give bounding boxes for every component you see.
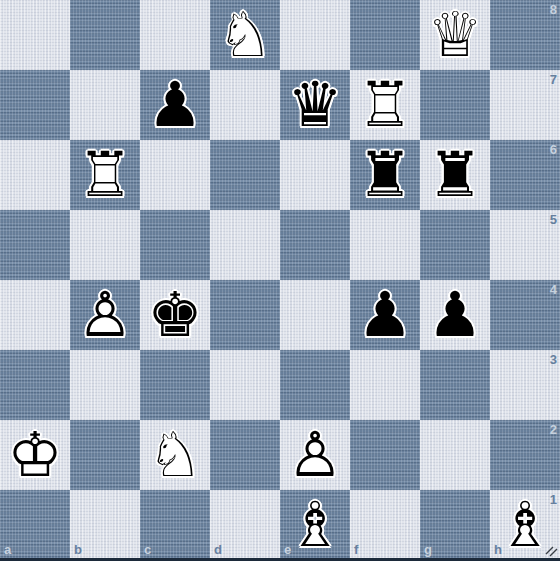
square-c2[interactable]: ♞♘ (140, 420, 210, 490)
square-a8[interactable] (0, 0, 70, 70)
file-label-b: b (74, 543, 82, 556)
square-b4[interactable]: ♟♙ (70, 280, 140, 350)
square-f3[interactable] (350, 350, 420, 420)
square-c4[interactable]: ♚ (140, 280, 210, 350)
white-rook[interactable]: ♜♖ (350, 70, 420, 140)
black-pawn[interactable]: ♟ (140, 70, 210, 140)
square-b3[interactable] (70, 350, 140, 420)
rank-label-7: 7 (550, 73, 557, 86)
square-f7[interactable]: ♜♖ (350, 70, 420, 140)
square-g1[interactable]: g (420, 490, 490, 560)
white-rook[interactable]: ♜♖ (70, 140, 140, 210)
square-d3[interactable] (210, 350, 280, 420)
square-a6[interactable] (0, 140, 70, 210)
file-label-f: f (354, 543, 358, 556)
rank-label-6: 6 (550, 143, 557, 156)
square-c8[interactable] (140, 0, 210, 70)
black-rook[interactable]: ♜ (420, 140, 490, 210)
black-queen[interactable]: ♛ (280, 70, 350, 140)
square-h2[interactable]: 2 (490, 420, 560, 490)
square-e6[interactable] (280, 140, 350, 210)
square-a3[interactable] (0, 350, 70, 420)
square-a7[interactable] (0, 70, 70, 140)
white-knight[interactable]: ♞♘ (210, 0, 280, 70)
file-label-e: e (284, 543, 291, 556)
piece-fill-glyph: ♟ (420, 280, 490, 350)
rank-label-1: 1 (550, 493, 557, 506)
piece-fill-glyph: ♜ (350, 140, 420, 210)
rank-label-5: 5 (550, 213, 557, 226)
square-c6[interactable] (140, 140, 210, 210)
white-pawn[interactable]: ♟♙ (70, 280, 140, 350)
rank-label-2: 2 (550, 423, 557, 436)
square-h6[interactable]: 6 (490, 140, 560, 210)
file-label-h: h (494, 543, 502, 556)
rank-label-8: 8 (550, 3, 557, 16)
piece-outline-glyph: ♕ (420, 0, 490, 70)
white-king[interactable]: ♚♔ (0, 420, 70, 490)
square-f8[interactable] (350, 0, 420, 70)
square-g3[interactable] (420, 350, 490, 420)
rank-label-3: 3 (550, 353, 557, 366)
square-h3[interactable]: 3 (490, 350, 560, 420)
square-b6[interactable]: ♜♖ (70, 140, 140, 210)
square-d4[interactable] (210, 280, 280, 350)
square-g4[interactable]: ♟ (420, 280, 490, 350)
square-b8[interactable] (70, 0, 140, 70)
chess-app: ♞♘♛♕8♟♛♜♖7♜♖♜♜65♟♙♚♟♟43♚♔♞♘♟♙2abcd♝♗efg♝… (0, 0, 560, 561)
square-e5[interactable] (280, 210, 350, 280)
piece-outline-glyph: ♖ (70, 140, 140, 210)
square-d1[interactable]: d (210, 490, 280, 560)
square-h4[interactable]: 4 (490, 280, 560, 350)
square-g6[interactable]: ♜ (420, 140, 490, 210)
square-f2[interactable] (350, 420, 420, 490)
square-h5[interactable]: 5 (490, 210, 560, 280)
square-h8[interactable]: 8 (490, 0, 560, 70)
square-b2[interactable] (70, 420, 140, 490)
white-knight[interactable]: ♞♘ (140, 420, 210, 490)
square-e4[interactable] (280, 280, 350, 350)
piece-fill-glyph: ♟ (350, 280, 420, 350)
square-e7[interactable]: ♛ (280, 70, 350, 140)
square-f1[interactable]: f (350, 490, 420, 560)
square-d2[interactable] (210, 420, 280, 490)
square-a5[interactable] (0, 210, 70, 280)
square-g5[interactable] (420, 210, 490, 280)
square-c3[interactable] (140, 350, 210, 420)
square-c5[interactable] (140, 210, 210, 280)
chess-board: ♞♘♛♕8♟♛♜♖7♜♖♜♜65♟♙♚♟♟43♚♔♞♘♟♙2abcd♝♗efg♝… (0, 0, 560, 560)
piece-outline-glyph: ♙ (280, 420, 350, 490)
square-f4[interactable]: ♟ (350, 280, 420, 350)
piece-fill-glyph: ♚ (140, 280, 210, 350)
square-b1[interactable]: b (70, 490, 140, 560)
square-e8[interactable] (280, 0, 350, 70)
square-d7[interactable] (210, 70, 280, 140)
piece-outline-glyph: ♘ (140, 420, 210, 490)
piece-fill-glyph: ♜ (420, 140, 490, 210)
square-b5[interactable] (70, 210, 140, 280)
file-label-g: g (424, 543, 432, 556)
square-a2[interactable]: ♚♔ (0, 420, 70, 490)
square-c1[interactable]: c (140, 490, 210, 560)
black-pawn[interactable]: ♟ (350, 280, 420, 350)
piece-outline-glyph: ♘ (210, 0, 280, 70)
resize-grip-icon[interactable] (545, 543, 559, 557)
square-e2[interactable]: ♟♙ (280, 420, 350, 490)
file-label-c: c (144, 543, 151, 556)
square-c7[interactable]: ♟ (140, 70, 210, 140)
square-b7[interactable] (70, 70, 140, 140)
black-rook[interactable]: ♜ (350, 140, 420, 210)
black-king[interactable]: ♚ (140, 280, 210, 350)
file-label-a: a (4, 543, 11, 556)
square-d6[interactable] (210, 140, 280, 210)
piece-outline-glyph: ♙ (70, 280, 140, 350)
square-f5[interactable] (350, 210, 420, 280)
square-e3[interactable] (280, 350, 350, 420)
square-d5[interactable] (210, 210, 280, 280)
piece-outline-glyph: ♔ (0, 420, 70, 490)
piece-outline-glyph: ♖ (350, 70, 420, 140)
rank-label-4: 4 (550, 283, 557, 296)
square-g2[interactable] (420, 420, 490, 490)
file-label-d: d (214, 543, 222, 556)
square-f6[interactable]: ♜ (350, 140, 420, 210)
white-queen[interactable]: ♛♕ (420, 0, 490, 70)
black-pawn[interactable]: ♟ (420, 280, 490, 350)
white-pawn[interactable]: ♟♙ (280, 420, 350, 490)
square-a4[interactable] (0, 280, 70, 350)
square-d8[interactable]: ♞♘ (210, 0, 280, 70)
piece-fill-glyph: ♟ (140, 70, 210, 140)
square-g8[interactable]: ♛♕ (420, 0, 490, 70)
square-e1[interactable]: ♝♗e (280, 490, 350, 560)
square-a1[interactable]: a (0, 490, 70, 560)
piece-fill-glyph: ♛ (280, 70, 350, 140)
square-h7[interactable]: 7 (490, 70, 560, 140)
square-g7[interactable] (420, 70, 490, 140)
